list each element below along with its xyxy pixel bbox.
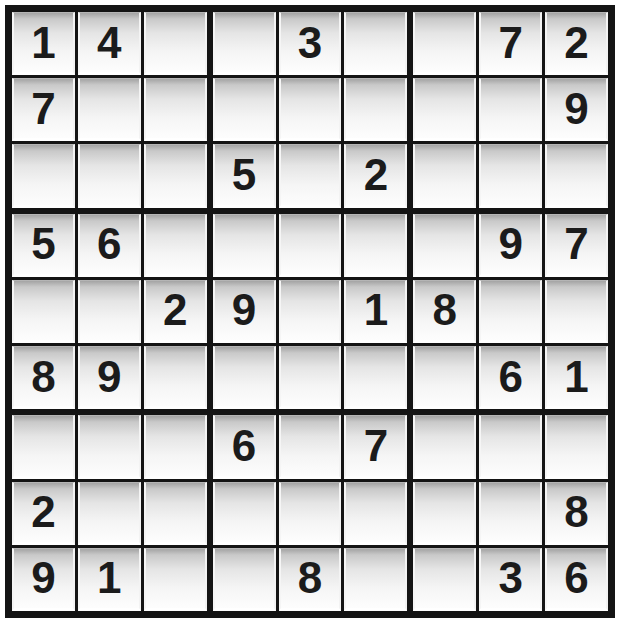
cell-r3c6[interactable]: 2 bbox=[344, 144, 407, 207]
cell-r1c2[interactable]: 4 bbox=[78, 12, 141, 75]
cell-r9c4[interactable] bbox=[213, 548, 276, 611]
cell-r6c8[interactable]: 6 bbox=[479, 346, 542, 409]
cell-r8c6[interactable] bbox=[344, 482, 407, 545]
box-r1c1: 147 bbox=[12, 12, 207, 208]
cell-r7c5[interactable] bbox=[279, 415, 342, 478]
cell-r9c3[interactable] bbox=[144, 548, 207, 611]
cell-r2c5[interactable] bbox=[279, 78, 342, 141]
cell-r8c7[interactable] bbox=[413, 482, 476, 545]
cell-r2c3[interactable] bbox=[144, 78, 207, 141]
box-r1c3: 729 bbox=[413, 12, 608, 208]
cell-r3c7[interactable] bbox=[413, 144, 476, 207]
cell-r9c6[interactable] bbox=[344, 548, 407, 611]
cell-r6c4[interactable] bbox=[213, 346, 276, 409]
cell-r5c8[interactable] bbox=[479, 280, 542, 343]
cell-r3c5[interactable] bbox=[279, 144, 342, 207]
cell-r6c5[interactable] bbox=[279, 346, 342, 409]
cell-r1c5[interactable]: 3 bbox=[279, 12, 342, 75]
cell-r1c1[interactable]: 1 bbox=[12, 12, 75, 75]
sudoku-board: 147352729562899197861291678836 bbox=[5, 5, 615, 618]
cell-r4c3[interactable] bbox=[144, 214, 207, 277]
box-r3c1: 291 bbox=[12, 415, 207, 611]
cell-r6c6[interactable] bbox=[344, 346, 407, 409]
cell-r4c5[interactable] bbox=[279, 214, 342, 277]
cell-r6c7[interactable] bbox=[413, 346, 476, 409]
cell-r5c4[interactable]: 9 bbox=[213, 280, 276, 343]
cell-r1c3[interactable] bbox=[144, 12, 207, 75]
cell-r5c5[interactable] bbox=[279, 280, 342, 343]
cell-r1c4[interactable] bbox=[213, 12, 276, 75]
box-r2c3: 97861 bbox=[413, 214, 608, 410]
cell-r8c2[interactable] bbox=[78, 482, 141, 545]
cell-r4c8[interactable]: 9 bbox=[479, 214, 542, 277]
cell-r2c2[interactable] bbox=[78, 78, 141, 141]
cell-r9c8[interactable]: 3 bbox=[479, 548, 542, 611]
cell-r9c7[interactable] bbox=[413, 548, 476, 611]
box-r2c1: 56289 bbox=[12, 214, 207, 410]
cell-r4c6[interactable] bbox=[344, 214, 407, 277]
cell-r9c9[interactable]: 6 bbox=[545, 548, 608, 611]
cell-r4c2[interactable]: 6 bbox=[78, 214, 141, 277]
cell-r1c9[interactable]: 2 bbox=[545, 12, 608, 75]
cell-r8c1[interactable]: 2 bbox=[12, 482, 75, 545]
cell-r4c1[interactable]: 5 bbox=[12, 214, 75, 277]
box-r3c2: 678 bbox=[213, 415, 408, 611]
cell-r8c4[interactable] bbox=[213, 482, 276, 545]
cell-r7c4[interactable]: 6 bbox=[213, 415, 276, 478]
cell-r1c6[interactable] bbox=[344, 12, 407, 75]
cell-r3c8[interactable] bbox=[479, 144, 542, 207]
cell-r1c8[interactable]: 7 bbox=[479, 12, 542, 75]
cell-r7c8[interactable] bbox=[479, 415, 542, 478]
cell-r8c5[interactable] bbox=[279, 482, 342, 545]
cell-r3c1[interactable] bbox=[12, 144, 75, 207]
cell-r9c2[interactable]: 1 bbox=[78, 548, 141, 611]
cell-r3c3[interactable] bbox=[144, 144, 207, 207]
cell-r4c7[interactable] bbox=[413, 214, 476, 277]
box-r3c3: 836 bbox=[413, 415, 608, 611]
cell-r2c7[interactable] bbox=[413, 78, 476, 141]
cell-r7c9[interactable] bbox=[545, 415, 608, 478]
box-r2c2: 91 bbox=[213, 214, 408, 410]
cell-r5c6[interactable]: 1 bbox=[344, 280, 407, 343]
cell-r2c6[interactable] bbox=[344, 78, 407, 141]
cell-r8c8[interactable] bbox=[479, 482, 542, 545]
cell-r2c1[interactable]: 7 bbox=[12, 78, 75, 141]
page: 147352729562899197861291678836 bbox=[0, 0, 620, 627]
cell-r9c1[interactable]: 9 bbox=[12, 548, 75, 611]
cell-r5c7[interactable]: 8 bbox=[413, 280, 476, 343]
cell-r4c9[interactable]: 7 bbox=[545, 214, 608, 277]
cell-r8c3[interactable] bbox=[144, 482, 207, 545]
cell-r6c9[interactable]: 1 bbox=[545, 346, 608, 409]
cell-r5c2[interactable] bbox=[78, 280, 141, 343]
cell-r7c7[interactable] bbox=[413, 415, 476, 478]
cell-r6c3[interactable] bbox=[144, 346, 207, 409]
cell-r7c2[interactable] bbox=[78, 415, 141, 478]
cell-r2c9[interactable]: 9 bbox=[545, 78, 608, 141]
cell-r7c6[interactable]: 7 bbox=[344, 415, 407, 478]
cell-r2c4[interactable] bbox=[213, 78, 276, 141]
cell-r6c1[interactable]: 8 bbox=[12, 346, 75, 409]
cell-r1c7[interactable] bbox=[413, 12, 476, 75]
cell-r7c1[interactable] bbox=[12, 415, 75, 478]
cell-r6c2[interactable]: 9 bbox=[78, 346, 141, 409]
cell-r3c9[interactable] bbox=[545, 144, 608, 207]
box-r1c2: 352 bbox=[213, 12, 408, 208]
cell-r7c3[interactable] bbox=[144, 415, 207, 478]
cell-r3c4[interactable]: 5 bbox=[213, 144, 276, 207]
cell-r5c9[interactable] bbox=[545, 280, 608, 343]
cell-r5c1[interactable] bbox=[12, 280, 75, 343]
cell-r3c2[interactable] bbox=[78, 144, 141, 207]
cell-r9c5[interactable]: 8 bbox=[279, 548, 342, 611]
cell-r4c4[interactable] bbox=[213, 214, 276, 277]
cell-r5c3[interactable]: 2 bbox=[144, 280, 207, 343]
cell-r2c8[interactable] bbox=[479, 78, 542, 141]
cell-r8c9[interactable]: 8 bbox=[545, 482, 608, 545]
